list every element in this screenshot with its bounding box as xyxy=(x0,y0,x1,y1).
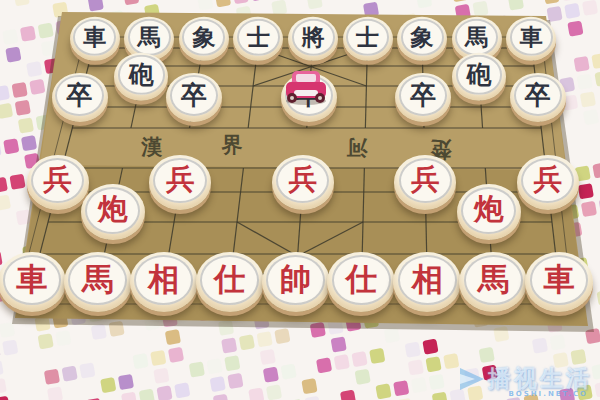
piece-black-elephant[interactable]: 象 xyxy=(179,17,229,61)
piece-character: 士 xyxy=(356,26,379,49)
piece-black-elephant[interactable]: 象 xyxy=(397,17,447,61)
piece-face: 卒 xyxy=(170,75,218,116)
piece-face: 兵 xyxy=(153,158,206,203)
piece-black-advisor[interactable]: 士 xyxy=(233,17,283,61)
piece-face: 仕 xyxy=(332,255,391,305)
piece-face: 車 xyxy=(510,19,553,56)
watermark: 播视生活 BOSHI.NET.CO xyxy=(458,363,592,394)
piece-character: 相 xyxy=(412,264,443,295)
piece-face: 象 xyxy=(182,19,225,56)
piece-face: 兵 xyxy=(399,158,452,203)
piece-character: 象 xyxy=(192,26,215,49)
piece-black-chariot[interactable]: 車 xyxy=(506,17,556,61)
piece-face: 士 xyxy=(237,19,280,56)
river-text-char: 界 xyxy=(222,131,243,159)
piece-face: 砲 xyxy=(456,55,502,94)
piece-face: 馬 xyxy=(455,19,498,56)
piece-red-soldier[interactable]: 兵 xyxy=(394,155,456,210)
piece-face: 炮 xyxy=(85,187,140,234)
photo-scene: 漢界河楚 車馬象士將士象馬車砲砲卒卒卒卒卒兵兵兵兵兵炮炮車馬相仕帥仕相馬車 播视… xyxy=(0,0,600,400)
river-text-char: 河 xyxy=(347,134,368,162)
piece-red-advisor[interactable]: 仕 xyxy=(196,252,264,312)
piece-character: 車 xyxy=(16,264,47,295)
piece-character: 將 xyxy=(302,26,325,49)
piece-black-cannon[interactable]: 砲 xyxy=(452,53,506,101)
piece-character: 士 xyxy=(247,26,270,49)
piece-red-soldier[interactable]: 兵 xyxy=(27,155,89,210)
piece-red-general[interactable]: 帥 xyxy=(262,252,330,312)
piece-face: 卒 xyxy=(399,75,447,116)
piece-character: 卒 xyxy=(525,83,551,109)
piece-red-soldier[interactable]: 兵 xyxy=(517,155,579,210)
piece-character: 車 xyxy=(83,26,106,49)
piece-face: 馬 xyxy=(464,255,523,305)
piece-face: 車 xyxy=(3,255,62,305)
piece-character: 兵 xyxy=(166,166,195,195)
piece-character: 卒 xyxy=(181,83,207,109)
piece-face: 車 xyxy=(73,19,116,56)
piece-character: 炮 xyxy=(98,195,127,224)
piece-character: 炮 xyxy=(474,195,503,224)
piece-character: 馬 xyxy=(138,26,161,49)
piece-face: 馬 xyxy=(128,19,171,56)
piece-black-soldier[interactable]: 卒 xyxy=(510,73,566,122)
piece-face: 將 xyxy=(292,19,335,56)
piece-face: 卒 xyxy=(55,75,103,116)
piece-black-chariot[interactable]: 車 xyxy=(70,17,120,61)
piece-red-advisor[interactable]: 仕 xyxy=(327,252,395,312)
piece-face: 相 xyxy=(134,255,193,305)
piece-character: 車 xyxy=(520,26,543,49)
piece-face: 馬 xyxy=(68,255,127,305)
piece-black-soldier[interactable]: 卒 xyxy=(52,73,108,122)
toy-grille xyxy=(294,90,318,96)
piece-face: 相 xyxy=(398,255,457,305)
piece-red-elephant[interactable]: 相 xyxy=(130,252,198,312)
piece-character: 卒 xyxy=(67,83,93,109)
watermark-subtext: BOSHI.NET.CO xyxy=(508,390,588,398)
piece-character: 兵 xyxy=(533,166,562,195)
piece-face: 士 xyxy=(346,19,389,56)
piece-character: 馬 xyxy=(478,264,509,295)
piece-black-general[interactable]: 將 xyxy=(288,17,338,61)
piece-character: 兵 xyxy=(288,166,317,195)
piece-face: 砲 xyxy=(118,55,164,94)
piece-red-elephant[interactable]: 相 xyxy=(393,252,461,312)
piece-black-advisor[interactable]: 士 xyxy=(343,17,393,61)
piece-face: 炮 xyxy=(461,187,516,234)
piece-black-cannon[interactable]: 砲 xyxy=(114,53,168,101)
piece-character: 仕 xyxy=(346,264,377,295)
piece-black-soldier[interactable]: 卒 xyxy=(395,73,451,122)
piece-character: 兵 xyxy=(43,166,72,195)
piece-character: 卒 xyxy=(410,83,436,109)
pink-toy-car-icon xyxy=(282,66,330,110)
piece-character: 帥 xyxy=(280,264,311,295)
piece-red-soldier[interactable]: 兵 xyxy=(149,155,211,210)
piece-red-chariot[interactable]: 車 xyxy=(0,252,66,312)
toy-window xyxy=(296,74,316,82)
piece-character: 象 xyxy=(411,26,434,49)
piece-red-cannon[interactable]: 炮 xyxy=(81,184,145,240)
piece-red-horse[interactable]: 馬 xyxy=(459,252,527,312)
piece-character: 仕 xyxy=(214,264,245,295)
piece-red-chariot[interactable]: 車 xyxy=(525,252,593,312)
piece-character: 車 xyxy=(544,264,575,295)
piece-face: 兵 xyxy=(31,158,84,203)
piece-face: 兵 xyxy=(276,158,329,203)
piece-face: 仕 xyxy=(200,255,259,305)
piece-character: 砲 xyxy=(129,63,154,88)
piece-face: 車 xyxy=(530,255,589,305)
piece-red-soldier[interactable]: 兵 xyxy=(272,155,334,210)
piece-character: 馬 xyxy=(465,26,488,49)
river-text-char: 漢 xyxy=(142,133,163,161)
piece-face: 帥 xyxy=(266,255,325,305)
piece-face: 兵 xyxy=(521,158,574,203)
piece-character: 兵 xyxy=(411,166,440,195)
piece-character: 相 xyxy=(148,264,179,295)
piece-character: 砲 xyxy=(467,63,492,88)
piece-character: 馬 xyxy=(82,264,113,295)
watermark-play-icon xyxy=(458,366,486,392)
piece-face: 象 xyxy=(401,19,444,56)
piece-black-soldier[interactable]: 卒 xyxy=(166,73,222,122)
piece-red-cannon[interactable]: 炮 xyxy=(457,184,521,240)
piece-face: 卒 xyxy=(514,75,562,116)
piece-red-horse[interactable]: 馬 xyxy=(64,252,132,312)
